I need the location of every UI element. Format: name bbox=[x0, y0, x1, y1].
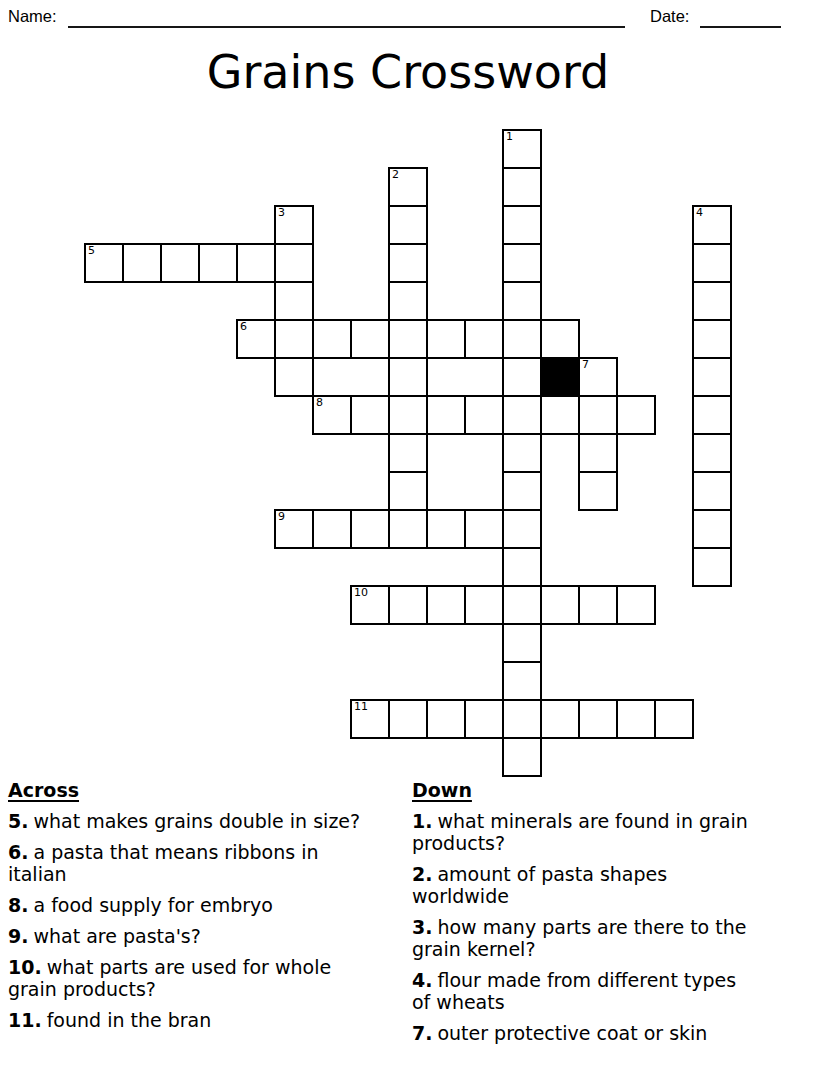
down-clue-list: 1.what minerals are found in grain produ… bbox=[412, 810, 812, 1044]
clue-down-2: 2.amount of pasta shapes worldwide bbox=[412, 863, 812, 907]
cell-r6c11[interactable] bbox=[502, 357, 542, 397]
clue-num: 7. bbox=[412, 1022, 432, 1044]
clue-down-4: 4.flour made from different types of whe… bbox=[412, 969, 812, 1013]
cell-r1c8[interactable]: 2 bbox=[388, 167, 428, 207]
clue-text: outer protective coat or skin bbox=[437, 1022, 707, 1044]
cell-r5c6[interactable] bbox=[312, 319, 352, 359]
clue-number-6: 6 bbox=[240, 320, 247, 333]
cell-r3c5[interactable] bbox=[274, 243, 314, 283]
cell-r11c16[interactable] bbox=[692, 547, 732, 587]
cell-r15c7[interactable]: 11 bbox=[350, 699, 390, 739]
clue-number-11: 11 bbox=[354, 700, 368, 713]
cell-r6c8[interactable] bbox=[388, 357, 428, 397]
cell-r13c11[interactable] bbox=[502, 623, 542, 663]
clue-text: found in the bran bbox=[47, 1009, 212, 1031]
clue-down-1: 1.what minerals are found in grain produ… bbox=[412, 810, 812, 854]
cell-r7c7[interactable] bbox=[350, 395, 390, 435]
cell-r14c11[interactable] bbox=[502, 661, 542, 701]
cell-r10c16[interactable] bbox=[692, 509, 732, 549]
clue-across-9: 9.what are pasta's? bbox=[8, 925, 408, 947]
cell-r10c8[interactable] bbox=[388, 509, 428, 549]
cell-r2c5[interactable]: 3 bbox=[274, 205, 314, 245]
cell-r3c4[interactable] bbox=[236, 243, 276, 283]
cell-r7c11[interactable] bbox=[502, 395, 542, 435]
cell-r5c16[interactable] bbox=[692, 319, 732, 359]
clue-num: 11. bbox=[8, 1009, 42, 1031]
cell-r2c16[interactable]: 4 bbox=[692, 205, 732, 245]
clue-num: 8. bbox=[8, 894, 28, 916]
cell-r2c8[interactable] bbox=[388, 205, 428, 245]
cell-r7c13[interactable] bbox=[578, 395, 618, 435]
clue-down-7: 7.outer protective coat or skin bbox=[412, 1022, 812, 1044]
cell-r10c10[interactable] bbox=[464, 509, 504, 549]
clue-number-9: 9 bbox=[278, 510, 285, 523]
clue-num: 1. bbox=[412, 810, 432, 832]
cell-r3c0[interactable]: 5 bbox=[84, 243, 124, 283]
clue-num: 6. bbox=[8, 841, 28, 863]
crossword-grid: 1234567891011 bbox=[85, 130, 731, 776]
cell-r12c7[interactable]: 10 bbox=[350, 585, 390, 625]
cell-r6c13[interactable]: 7 bbox=[578, 357, 618, 397]
clue-across-10: 10.what parts are used for whole grain p… bbox=[8, 956, 408, 1000]
cell-r8c8[interactable] bbox=[388, 433, 428, 473]
clue-number-4: 4 bbox=[696, 206, 703, 219]
cell-r4c8[interactable] bbox=[388, 281, 428, 321]
cell-r3c2[interactable] bbox=[160, 243, 200, 283]
cell-r7c12[interactable] bbox=[540, 395, 580, 435]
cell-r12c10[interactable] bbox=[464, 585, 504, 625]
cell-r7c6[interactable]: 8 bbox=[312, 395, 352, 435]
clue-text: what are pasta's? bbox=[33, 925, 200, 947]
cell-r15c12[interactable] bbox=[540, 699, 580, 739]
cell-r3c16[interactable] bbox=[692, 243, 732, 283]
cell-r9c16[interactable] bbox=[692, 471, 732, 511]
cell-r7c10[interactable] bbox=[464, 395, 504, 435]
cell-r10c6[interactable] bbox=[312, 509, 352, 549]
cell-r9c13[interactable] bbox=[578, 471, 618, 511]
cell-r12c9[interactable] bbox=[426, 585, 466, 625]
clue-down-3: 3.how many parts are there to the grain … bbox=[412, 916, 812, 960]
cell-r5c10[interactable] bbox=[464, 319, 504, 359]
worksheet-header: Name: Date: bbox=[8, 4, 808, 32]
cell-r4c5[interactable] bbox=[274, 281, 314, 321]
clue-number-10: 10 bbox=[354, 586, 368, 599]
cell-r10c5[interactable]: 9 bbox=[274, 509, 314, 549]
date-label: Date: bbox=[650, 7, 689, 26]
cell-r3c3[interactable] bbox=[198, 243, 238, 283]
cell-r15c9[interactable] bbox=[426, 699, 466, 739]
cell-r15c15[interactable] bbox=[654, 699, 694, 739]
cell-r7c16[interactable] bbox=[692, 395, 732, 435]
clue-num: 3. bbox=[412, 916, 432, 938]
cell-r15c14[interactable] bbox=[616, 699, 656, 739]
page-title: Grains Crossword bbox=[0, 42, 816, 102]
clue-across-8: 8.a food supply for embryo bbox=[8, 894, 408, 916]
clue-across-6: 6.a pasta that means ribbons in italian bbox=[8, 841, 408, 885]
cell-r4c11[interactable] bbox=[502, 281, 542, 321]
cell-r2c11[interactable] bbox=[502, 205, 542, 245]
clue-num: 2. bbox=[412, 863, 432, 885]
clue-across-5: 5.what makes grains double in size? bbox=[8, 810, 408, 832]
cell-r4c16[interactable] bbox=[692, 281, 732, 321]
cell-r10c7[interactable] bbox=[350, 509, 390, 549]
clue-num: 4. bbox=[412, 969, 432, 991]
cell-r15c8[interactable] bbox=[388, 699, 428, 739]
cell-r9c11[interactable] bbox=[502, 471, 542, 511]
cell-r12c14[interactable] bbox=[616, 585, 656, 625]
cell-r3c1[interactable] bbox=[122, 243, 162, 283]
cell-r15c13[interactable] bbox=[578, 699, 618, 739]
across-clue-list: 5.what makes grains double in size?6.a p… bbox=[8, 810, 408, 1031]
cell-r5c5[interactable] bbox=[274, 319, 314, 359]
clue-across-11: 11.found in the bran bbox=[8, 1009, 408, 1031]
clue-text: amount of pasta shapes worldwide bbox=[412, 863, 667, 907]
cell-r5c4[interactable]: 6 bbox=[236, 319, 276, 359]
cell-r7c8[interactable] bbox=[388, 395, 428, 435]
clue-number-7: 7 bbox=[582, 358, 589, 371]
cell-r9c8[interactable] bbox=[388, 471, 428, 511]
cell-r15c11[interactable] bbox=[502, 699, 542, 739]
across-clues-column: Across 5.what makes grains double in siz… bbox=[8, 779, 408, 1040]
cell-r10c9[interactable] bbox=[426, 509, 466, 549]
cell-r5c7[interactable] bbox=[350, 319, 390, 359]
cell-r7c9[interactable] bbox=[426, 395, 466, 435]
clue-num: 5. bbox=[8, 810, 28, 832]
date-blank-line[interactable] bbox=[700, 6, 781, 28]
cell-r1c11[interactable] bbox=[502, 167, 542, 207]
cell-r10c11[interactable] bbox=[502, 509, 542, 549]
clue-text: what makes grains double in size? bbox=[33, 810, 360, 832]
clue-text: what minerals are found in grain product… bbox=[412, 810, 748, 854]
clue-text: a food supply for embryo bbox=[33, 894, 272, 916]
worksheet-page: Name: Date: Grains Crossword 12345678910… bbox=[0, 0, 816, 1083]
clue-number-2: 2 bbox=[392, 168, 399, 181]
across-heading: Across bbox=[8, 779, 408, 801]
cell-r0c11[interactable]: 1 bbox=[502, 129, 542, 169]
down-heading: Down bbox=[412, 779, 812, 801]
clue-text: a pasta that means ribbons in italian bbox=[8, 841, 318, 885]
cell-r8c11[interactable] bbox=[502, 433, 542, 473]
cell-r11c11[interactable] bbox=[502, 547, 542, 587]
cell-r12c12[interactable] bbox=[540, 585, 580, 625]
clue-number-5: 5 bbox=[88, 244, 95, 257]
clue-text: flour made from different types of wheat… bbox=[412, 969, 736, 1013]
cell-r5c9[interactable] bbox=[426, 319, 466, 359]
cell-r3c11[interactable] bbox=[502, 243, 542, 283]
clue-number-3: 3 bbox=[278, 206, 285, 219]
clue-num: 9. bbox=[8, 925, 28, 947]
cell-r8c16[interactable] bbox=[692, 433, 732, 473]
down-clues-column: Down 1.what minerals are found in grain … bbox=[412, 779, 812, 1053]
cell-r5c12[interactable] bbox=[540, 319, 580, 359]
cell-r12c11[interactable] bbox=[502, 585, 542, 625]
clue-text: how many parts are there to the grain ke… bbox=[412, 916, 746, 960]
cell-r12c13[interactable] bbox=[578, 585, 618, 625]
clue-num: 10. bbox=[8, 956, 42, 978]
cell-r6c16[interactable] bbox=[692, 357, 732, 397]
cell-r6c5[interactable] bbox=[274, 357, 314, 397]
cell-r8c13[interactable] bbox=[578, 433, 618, 473]
cell-r12c8[interactable] bbox=[388, 585, 428, 625]
cell-r5c8[interactable] bbox=[388, 319, 428, 359]
cell-r15c10[interactable] bbox=[464, 699, 504, 739]
black-cell bbox=[540, 357, 580, 397]
name-label: Name: bbox=[8, 7, 57, 26]
cell-r3c8[interactable] bbox=[388, 243, 428, 283]
clue-number-1: 1 bbox=[506, 130, 513, 143]
cell-r5c11[interactable] bbox=[502, 319, 542, 359]
cell-r7c14[interactable] bbox=[616, 395, 656, 435]
clue-number-8: 8 bbox=[316, 396, 323, 409]
cell-r16c11[interactable] bbox=[502, 737, 542, 777]
name-blank-line[interactable] bbox=[68, 6, 625, 28]
clue-text: what parts are used for whole grain prod… bbox=[8, 956, 331, 1000]
